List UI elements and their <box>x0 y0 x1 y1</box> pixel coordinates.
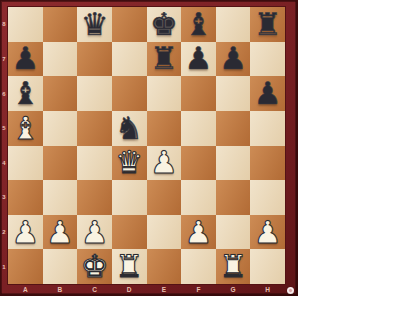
rank-label-4: 4 <box>0 146 8 181</box>
white-rook[interactable]: ♜ <box>115 251 143 282</box>
square-b1[interactable] <box>43 249 78 284</box>
square-f7[interactable]: ♟ <box>181 42 216 77</box>
square-d7[interactable] <box>112 42 147 77</box>
square-d8[interactable] <box>112 7 147 42</box>
black-knight[interactable]: ♞ <box>115 113 143 144</box>
square-b5[interactable] <box>43 111 78 146</box>
rank-label-5: 5 <box>0 111 8 146</box>
square-a4[interactable] <box>8 146 43 181</box>
side-to-move-indicator <box>287 287 294 294</box>
square-g6[interactable] <box>216 76 251 111</box>
square-e4[interactable]: ♟ <box>147 146 182 181</box>
square-g8[interactable] <box>216 7 251 42</box>
square-d3[interactable] <box>112 180 147 215</box>
square-c6[interactable] <box>77 76 112 111</box>
square-e5[interactable] <box>147 111 182 146</box>
square-a5[interactable]: ♝ <box>8 111 43 146</box>
white-pawn[interactable]: ♟ <box>150 147 178 178</box>
file-label-c: C <box>77 284 112 296</box>
white-pawn[interactable]: ♟ <box>81 217 109 248</box>
file-label-a: A <box>8 284 43 296</box>
black-rook[interactable]: ♜ <box>150 43 178 74</box>
white-pawn[interactable]: ♟ <box>11 217 39 248</box>
square-h2[interactable]: ♟ <box>250 215 285 250</box>
square-h7[interactable] <box>250 42 285 77</box>
black-pawn[interactable]: ♟ <box>11 43 39 74</box>
square-f1[interactable] <box>181 249 216 284</box>
square-g4[interactable] <box>216 146 251 181</box>
square-d1[interactable]: ♜ <box>112 249 147 284</box>
black-king[interactable]: ♚ <box>150 9 178 40</box>
square-f2[interactable]: ♟ <box>181 215 216 250</box>
square-a3[interactable] <box>8 180 43 215</box>
square-c1[interactable]: ♚ <box>77 249 112 284</box>
chess-app-canvas: ♛♚♝♜♟♜♟♟♝♟♝♞♛♟♟♟♟♟♟♚♜♜ 87654321ABCDEFGH <box>0 0 414 311</box>
square-c7[interactable] <box>77 42 112 77</box>
black-queen[interactable]: ♛ <box>81 9 109 40</box>
square-e3[interactable] <box>147 180 182 215</box>
square-f6[interactable] <box>181 76 216 111</box>
square-g3[interactable] <box>216 180 251 215</box>
square-a1[interactable] <box>8 249 43 284</box>
white-pawn[interactable]: ♟ <box>185 217 213 248</box>
square-d2[interactable] <box>112 215 147 250</box>
rank-label-6: 6 <box>0 76 8 111</box>
square-h5[interactable] <box>250 111 285 146</box>
square-b4[interactable] <box>43 146 78 181</box>
white-bishop[interactable]: ♝ <box>11 113 39 144</box>
file-label-h: H <box>250 284 285 296</box>
square-f8[interactable]: ♝ <box>181 7 216 42</box>
square-a2[interactable]: ♟ <box>8 215 43 250</box>
rank-label-8: 8 <box>0 7 8 42</box>
square-h6[interactable]: ♟ <box>250 76 285 111</box>
square-a8[interactable] <box>8 7 43 42</box>
square-c2[interactable]: ♟ <box>77 215 112 250</box>
file-label-b: B <box>43 284 78 296</box>
file-label-f: F <box>181 284 216 296</box>
square-c8[interactable]: ♛ <box>77 7 112 42</box>
rank-label-2: 2 <box>0 215 8 250</box>
square-b6[interactable] <box>43 76 78 111</box>
rank-label-1: 1 <box>0 249 8 284</box>
square-e7[interactable]: ♜ <box>147 42 182 77</box>
square-h8[interactable]: ♜ <box>250 7 285 42</box>
square-g5[interactable] <box>216 111 251 146</box>
file-label-e: E <box>147 284 182 296</box>
file-label-g: G <box>216 284 251 296</box>
black-rook[interactable]: ♜ <box>254 9 282 40</box>
square-b7[interactable] <box>43 42 78 77</box>
board-frame: ♛♚♝♜♟♜♟♟♝♟♝♞♛♟♟♟♟♟♟♚♜♜ 87654321ABCDEFGH <box>0 0 298 296</box>
white-pawn[interactable]: ♟ <box>46 217 74 248</box>
black-pawn[interactable]: ♟ <box>254 78 282 109</box>
rank-label-7: 7 <box>0 42 8 77</box>
square-e2[interactable] <box>147 215 182 250</box>
file-label-d: D <box>112 284 147 296</box>
square-h4[interactable] <box>250 146 285 181</box>
black-bishop[interactable]: ♝ <box>185 9 213 40</box>
square-f4[interactable] <box>181 146 216 181</box>
square-c3[interactable] <box>77 180 112 215</box>
square-c5[interactable] <box>77 111 112 146</box>
square-b3[interactable] <box>43 180 78 215</box>
white-pawn[interactable]: ♟ <box>254 217 282 248</box>
square-d4[interactable]: ♛ <box>112 146 147 181</box>
square-b2[interactable]: ♟ <box>43 215 78 250</box>
rank-label-3: 3 <box>0 180 8 215</box>
square-c4[interactable] <box>77 146 112 181</box>
square-e1[interactable] <box>147 249 182 284</box>
square-f3[interactable] <box>181 180 216 215</box>
black-pawn[interactable]: ♟ <box>219 43 247 74</box>
chess-board[interactable]: ♛♚♝♜♟♜♟♟♝♟♝♞♛♟♟♟♟♟♟♚♜♜ <box>8 7 285 284</box>
black-pawn[interactable]: ♟ <box>185 43 213 74</box>
square-e8[interactable]: ♚ <box>147 7 182 42</box>
white-king[interactable]: ♚ <box>81 251 109 282</box>
square-f5[interactable] <box>181 111 216 146</box>
square-g2[interactable] <box>216 215 251 250</box>
square-g1[interactable]: ♜ <box>216 249 251 284</box>
square-h1[interactable] <box>250 249 285 284</box>
square-b8[interactable] <box>43 7 78 42</box>
white-queen[interactable]: ♛ <box>115 147 143 178</box>
square-e6[interactable] <box>147 76 182 111</box>
square-d6[interactable] <box>112 76 147 111</box>
square-d5[interactable]: ♞ <box>112 111 147 146</box>
square-g7[interactable]: ♟ <box>216 42 251 77</box>
square-a6[interactable]: ♝ <box>8 76 43 111</box>
white-rook[interactable]: ♜ <box>219 251 247 282</box>
square-a7[interactable]: ♟ <box>8 42 43 77</box>
square-h3[interactable] <box>250 180 285 215</box>
black-bishop[interactable]: ♝ <box>11 78 39 109</box>
